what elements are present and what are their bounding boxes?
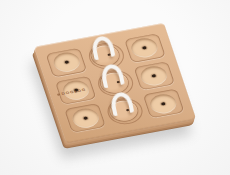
treat-well bbox=[51, 51, 83, 74]
well-slot bbox=[142, 89, 184, 119]
scent-hole bbox=[152, 74, 157, 78]
treat-well bbox=[69, 106, 101, 129]
scent-hole bbox=[142, 46, 147, 50]
well-slot bbox=[45, 48, 87, 78]
scent-hole bbox=[161, 102, 166, 106]
well-slot bbox=[124, 33, 166, 63]
scent-hole bbox=[83, 116, 88, 120]
treat-well bbox=[129, 36, 161, 59]
slider-slot bbox=[103, 96, 145, 126]
slider-handle[interactable] bbox=[90, 35, 115, 61]
treat-well bbox=[148, 92, 180, 115]
treat-well bbox=[138, 64, 170, 87]
well-slot bbox=[64, 103, 106, 133]
product-photo: DOGLOG bbox=[0, 0, 230, 175]
scent-hole bbox=[64, 61, 69, 65]
brand-emblem-icon bbox=[57, 93, 61, 96]
well-slot bbox=[133, 61, 175, 91]
board-grid bbox=[34, 23, 196, 143]
puzzle-board: DOGLOG bbox=[34, 23, 196, 143]
